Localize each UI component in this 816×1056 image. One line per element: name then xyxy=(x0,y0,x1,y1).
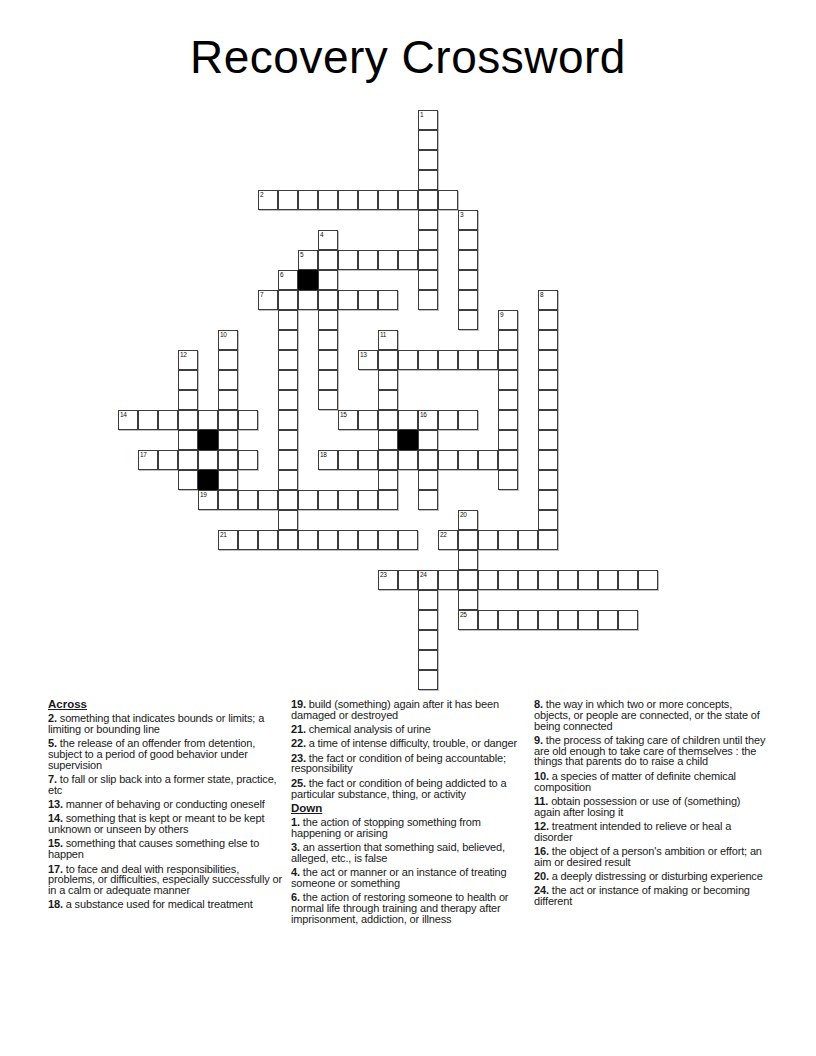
answer-cell-r23c18[interactable] xyxy=(478,570,498,590)
answer-cell-r13c5[interactable] xyxy=(218,370,238,390)
answer-cell-r8c17[interactable] xyxy=(458,270,478,290)
answer-cell-r6c17[interactable] xyxy=(458,230,478,250)
clue-number-15: 15 xyxy=(340,411,347,418)
clue-number-12: 12 xyxy=(180,351,187,358)
clue-number-5: 5 xyxy=(300,251,303,258)
answer-cell-r11c21[interactable] xyxy=(538,330,558,350)
answer-cell-r17c4[interactable] xyxy=(198,450,218,470)
page-title: Recovery Crossword xyxy=(0,30,816,84)
answer-cell-r9c8[interactable] xyxy=(278,290,298,310)
answer-cell-r18c3[interactable] xyxy=(178,470,198,490)
clue-number-label: 18. xyxy=(48,898,66,910)
answer-cell-r12c12[interactable]: 13 xyxy=(358,350,378,370)
answer-cell-r8c15[interactable] xyxy=(418,270,438,290)
answer-cell-r26c15[interactable] xyxy=(418,630,438,650)
answer-cell-r11c13[interactable]: 11 xyxy=(378,330,398,350)
answer-cell-r16c3[interactable] xyxy=(178,430,198,450)
answer-cell-r19c5[interactable] xyxy=(218,490,238,510)
answer-cell-r21c18[interactable] xyxy=(478,530,498,550)
answer-cell-r18c8[interactable] xyxy=(278,470,298,490)
answer-cell-r17c6[interactable] xyxy=(238,450,258,470)
clue-down-4: 4. the act or manner or an instance of t… xyxy=(291,867,525,889)
answer-cell-r19c7[interactable] xyxy=(258,490,278,510)
answer-cell-r19c8[interactable] xyxy=(278,490,298,510)
clue-number-label: 1. xyxy=(291,816,303,828)
answer-cell-r15c16[interactable] xyxy=(438,410,458,430)
answer-cell-r4c15[interactable] xyxy=(418,190,438,210)
answer-cell-r12c3[interactable]: 12 xyxy=(178,350,198,370)
clue-across-19: 19. build (something) again after it has… xyxy=(291,699,525,721)
answer-cell-r16c5[interactable] xyxy=(218,430,238,450)
answer-cell-r14c3[interactable] xyxy=(178,390,198,410)
clue-across-14: 14. something that is kept or meant to b… xyxy=(48,813,282,835)
clue-number-label: 2. xyxy=(48,712,60,724)
answer-cell-r4c12[interactable] xyxy=(358,190,378,210)
down-header: Down xyxy=(291,803,525,814)
clue-down-16: 16. the object of a person's ambition or… xyxy=(534,846,768,868)
clue-down-6: 6. the action of restoring someone to he… xyxy=(291,892,525,924)
answer-cell-r15c2[interactable] xyxy=(158,410,178,430)
answer-cell-r19c12[interactable] xyxy=(358,490,378,510)
answer-cell-r4c9[interactable] xyxy=(298,190,318,210)
clue-number-17: 17 xyxy=(140,451,147,458)
answer-cell-r12c10[interactable] xyxy=(318,350,338,370)
answer-cell-r25c22[interactable] xyxy=(558,610,578,630)
answer-cell-r21c16[interactable]: 22 xyxy=(438,530,458,550)
clue-number-11: 11 xyxy=(380,331,386,338)
answer-cell-r11c5[interactable]: 10 xyxy=(218,330,238,350)
clue-number-7: 7 xyxy=(260,291,263,298)
answer-cell-r12c19[interactable] xyxy=(498,350,518,370)
clue-number-3: 3 xyxy=(460,211,463,218)
answer-cell-r17c13[interactable] xyxy=(378,450,398,470)
answer-cell-r9c21[interactable]: 8 xyxy=(538,290,558,310)
answer-cell-r7c14[interactable] xyxy=(398,250,418,270)
clue-number-4: 4 xyxy=(320,231,323,238)
answer-cell-r15c15[interactable]: 16 xyxy=(418,410,438,430)
clue-number-label: 7. xyxy=(48,773,60,785)
answer-cell-r15c3[interactable] xyxy=(178,410,198,430)
clue-across-2: 2. something that indicates bounds or li… xyxy=(48,713,282,735)
answer-cell-r7c11[interactable] xyxy=(338,250,358,270)
answer-cell-r14c13[interactable] xyxy=(378,390,398,410)
answer-cell-r23c25[interactable] xyxy=(618,570,638,590)
answer-cell-r19c10[interactable] xyxy=(318,490,338,510)
clue-number-13: 13 xyxy=(360,351,367,358)
answer-cell-r15c12[interactable] xyxy=(358,410,378,430)
answer-cell-r10c19[interactable]: 9 xyxy=(498,310,518,330)
answer-cell-r12c17[interactable] xyxy=(458,350,478,370)
answer-cell-r17c16[interactable] xyxy=(438,450,458,470)
answer-cell-r21c17[interactable] xyxy=(458,530,478,550)
answer-cell-r7c13[interactable] xyxy=(378,250,398,270)
clue-number-label: 10. xyxy=(534,770,552,782)
answer-cell-r14c21[interactable] xyxy=(538,390,558,410)
answer-cell-r11c19[interactable] xyxy=(498,330,518,350)
crossword-grid: 1234567891011121314151617181920212223242… xyxy=(118,110,659,691)
clue-number-20: 20 xyxy=(460,511,467,518)
answer-cell-r19c13[interactable] xyxy=(378,490,398,510)
clue-down-1: 1. the action of stopping something from… xyxy=(291,817,525,839)
clue-down-9: 9. the process of taking care of childre… xyxy=(534,735,768,767)
answer-cell-r23c16[interactable] xyxy=(438,570,458,590)
clue-column-2: 19. build (something) again after it has… xyxy=(291,699,525,928)
answer-cell-r25c17[interactable]: 25 xyxy=(458,610,478,630)
answer-cell-r21c7[interactable] xyxy=(258,530,278,550)
clue-number-label: 6. xyxy=(291,891,303,903)
clue-number-25: 25 xyxy=(460,611,467,618)
answer-cell-r4c10[interactable] xyxy=(318,190,338,210)
answer-cell-r25c20[interactable] xyxy=(518,610,538,630)
answer-cell-r15c17[interactable] xyxy=(458,410,478,430)
answer-cell-r13c13[interactable] xyxy=(378,370,398,390)
answer-cell-r10c17[interactable] xyxy=(458,310,478,330)
answer-cell-r28c15[interactable] xyxy=(418,670,438,690)
answer-cell-r23c24[interactable] xyxy=(598,570,618,590)
answer-cell-r13c10[interactable] xyxy=(318,370,338,390)
answer-cell-r15c13[interactable] xyxy=(378,410,398,430)
answer-cell-r4c14[interactable] xyxy=(398,190,418,210)
clue-across-7: 7. to fall or slip back into a former st… xyxy=(48,774,282,796)
answer-cell-r7c10[interactable] xyxy=(318,250,338,270)
answer-cell-r20c21[interactable] xyxy=(538,510,558,530)
clue-number-label: 16. xyxy=(534,845,552,857)
clue-across-21: 21. chemical analysis of urine xyxy=(291,724,525,735)
answer-cell-r9c12[interactable] xyxy=(358,290,378,310)
black-cell-r18c4 xyxy=(198,470,218,490)
answer-cell-r6c10[interactable]: 4 xyxy=(318,230,338,250)
clue-column-1: Across2. something that indicates bounds… xyxy=(48,699,282,928)
answer-cell-r17c17[interactable] xyxy=(458,450,478,470)
answer-cell-r13c19[interactable] xyxy=(498,370,518,390)
answer-cell-r7c17[interactable] xyxy=(458,250,478,270)
answer-cell-r17c8[interactable] xyxy=(278,450,298,470)
clue-number-label: 8. xyxy=(534,698,546,710)
answer-cell-r24c17[interactable] xyxy=(458,590,478,610)
answer-cell-r25c25[interactable] xyxy=(618,610,638,630)
answer-cell-r9c17[interactable] xyxy=(458,290,478,310)
answer-cell-r25c19[interactable] xyxy=(498,610,518,630)
answer-cell-r15c14[interactable] xyxy=(398,410,418,430)
clue-number-14: 14 xyxy=(120,411,127,418)
clue-number-label: 14. xyxy=(48,812,66,824)
answer-cell-r25c23[interactable] xyxy=(578,610,598,630)
answer-cell-r19c15[interactable] xyxy=(418,490,438,510)
answer-cell-r4c8[interactable] xyxy=(278,190,298,210)
answer-cell-r15c6[interactable] xyxy=(238,410,258,430)
clue-number-label: 22. xyxy=(291,737,309,749)
answer-cell-r5c17[interactable]: 3 xyxy=(458,210,478,230)
answer-cell-r9c10[interactable] xyxy=(318,290,338,310)
clue-number-23: 23 xyxy=(380,571,387,578)
answer-cell-r21c11[interactable] xyxy=(338,530,358,550)
clue-number-21: 21 xyxy=(220,531,227,538)
clue-number-label: 24. xyxy=(534,884,552,896)
answer-cell-r21c8[interactable] xyxy=(278,530,298,550)
answer-cell-r17c18[interactable] xyxy=(478,450,498,470)
answer-cell-r21c5[interactable]: 21 xyxy=(218,530,238,550)
clue-across-15: 15. something that causes something else… xyxy=(48,838,282,860)
answer-cell-r23c13[interactable]: 23 xyxy=(378,570,398,590)
clue-down-8: 8. the way in which two or more concepts… xyxy=(534,699,768,731)
answer-cell-r23c26[interactable] xyxy=(638,570,658,590)
answer-cell-r18c21[interactable] xyxy=(538,470,558,490)
clue-down-11: 11. obtain possession or use of (somethi… xyxy=(534,796,768,818)
clue-number-2: 2 xyxy=(260,191,263,198)
answer-cell-r5c15[interactable] xyxy=(418,210,438,230)
answer-cell-r23c20[interactable] xyxy=(518,570,538,590)
answer-cell-r27c15[interactable] xyxy=(418,650,438,670)
answer-cell-r9c9[interactable] xyxy=(298,290,318,310)
answer-cell-r16c15[interactable] xyxy=(418,430,438,450)
answer-cell-r25c18[interactable] xyxy=(478,610,498,630)
answer-cell-r9c13[interactable] xyxy=(378,290,398,310)
answer-cell-r23c15[interactable]: 24 xyxy=(418,570,438,590)
clue-number-label: 15. xyxy=(48,837,66,849)
answer-cell-r13c3[interactable] xyxy=(178,370,198,390)
answer-cell-r21c13[interactable] xyxy=(378,530,398,550)
answer-cell-r17c14[interactable] xyxy=(398,450,418,470)
answer-cell-r15c4[interactable] xyxy=(198,410,218,430)
answer-cell-r16c21[interactable] xyxy=(538,430,558,450)
answer-cell-r19c4[interactable]: 19 xyxy=(198,490,218,510)
clue-number-label: 23. xyxy=(291,752,309,764)
answer-cell-r7c12[interactable] xyxy=(358,250,378,270)
clue-number-label: 25. xyxy=(291,777,309,789)
answer-cell-r15c8[interactable] xyxy=(278,410,298,430)
answer-cell-r21c6[interactable] xyxy=(238,530,258,550)
answer-cell-r2c15[interactable] xyxy=(418,150,438,170)
answer-cell-r17c21[interactable] xyxy=(538,450,558,470)
answer-cell-r17c11[interactable] xyxy=(338,450,358,470)
answer-cell-r21c10[interactable] xyxy=(318,530,338,550)
clue-number-label: 3. xyxy=(291,841,303,853)
answer-cell-r14c19[interactable] xyxy=(498,390,518,410)
clue-number-8: 8 xyxy=(540,291,543,298)
clue-across-18: 18. a substance used for medical treatme… xyxy=(48,899,282,910)
answer-cell-r9c15[interactable] xyxy=(418,290,438,310)
answer-cell-r21c14[interactable] xyxy=(398,530,418,550)
answer-cell-r15c1[interactable] xyxy=(138,410,158,430)
answer-cell-r18c13[interactable] xyxy=(378,470,398,490)
answer-cell-r16c8[interactable] xyxy=(278,430,298,450)
answer-cell-r19c21[interactable] xyxy=(538,490,558,510)
clue-number-label: 12. xyxy=(534,820,552,832)
clue-number-22: 22 xyxy=(440,531,447,538)
answer-cell-r13c8[interactable] xyxy=(278,370,298,390)
answer-cell-r4c16[interactable] xyxy=(438,190,458,210)
clue-number-24: 24 xyxy=(420,571,427,578)
clue-number-label: 19. xyxy=(291,698,309,710)
answer-cell-r10c8[interactable] xyxy=(278,310,298,330)
clue-down-24: 24. the act or instance of making or bec… xyxy=(534,885,768,907)
answer-cell-r17c19[interactable] xyxy=(498,450,518,470)
answer-cell-r8c10[interactable] xyxy=(318,270,338,290)
answer-cell-r7c15[interactable] xyxy=(418,250,438,270)
answer-cell-r4c11[interactable] xyxy=(338,190,358,210)
clue-down-12: 12. treatment intended to relieve or hea… xyxy=(534,821,768,843)
clue-number-label: 4. xyxy=(291,866,303,878)
answer-cell-r23c14[interactable] xyxy=(398,570,418,590)
answer-cell-r11c10[interactable] xyxy=(318,330,338,350)
clue-number-label: 13. xyxy=(48,798,66,810)
black-cell-r16c14 xyxy=(398,430,418,450)
across-header: Across xyxy=(48,699,282,710)
answer-cell-r14c5[interactable] xyxy=(218,390,238,410)
answer-cell-r17c5[interactable] xyxy=(218,450,238,470)
clue-number-1: 1 xyxy=(420,111,423,118)
answer-cell-r8c8[interactable]: 6 xyxy=(278,270,298,290)
clue-number-label: 5. xyxy=(48,737,60,749)
answer-cell-r3c15[interactable] xyxy=(418,170,438,190)
answer-cell-r18c19[interactable] xyxy=(498,470,518,490)
clue-number-label: 17. xyxy=(48,863,66,875)
answer-cell-r15c5[interactable] xyxy=(218,410,238,430)
answer-cell-r12c21[interactable] xyxy=(538,350,558,370)
clue-number-16: 16 xyxy=(420,411,427,418)
answer-cell-r23c22[interactable] xyxy=(558,570,578,590)
answer-cell-r23c17[interactable] xyxy=(458,570,478,590)
answer-cell-r19c6[interactable] xyxy=(238,490,258,510)
answer-cell-r6c15[interactable] xyxy=(418,230,438,250)
clue-number-label: 9. xyxy=(534,734,546,746)
clues-section: Across2. something that indicates bounds… xyxy=(48,699,770,928)
answer-cell-r0c15[interactable]: 1 xyxy=(418,110,438,130)
clue-number-label: 21. xyxy=(291,723,309,735)
clue-across-23: 23. the fact or condition of being accou… xyxy=(291,753,525,775)
answer-cell-r17c10[interactable]: 18 xyxy=(318,450,338,470)
answer-cell-r15c11[interactable]: 15 xyxy=(338,410,358,430)
answer-cell-r25c21[interactable] xyxy=(538,610,558,630)
answer-cell-r25c24[interactable] xyxy=(598,610,618,630)
answer-cell-r19c11[interactable] xyxy=(338,490,358,510)
clue-across-25: 25. the fact or condition of being addic… xyxy=(291,778,525,800)
answer-cell-r20c17[interactable]: 20 xyxy=(458,510,478,530)
page: Recovery Crossword 123456789101112131415… xyxy=(0,0,816,1056)
clue-down-20: 20. a deeply distressing or disturbing e… xyxy=(534,871,768,882)
answer-cell-r14c10[interactable] xyxy=(318,390,338,410)
answer-cell-r12c8[interactable] xyxy=(278,350,298,370)
answer-cell-r25c15[interactable] xyxy=(418,610,438,630)
answer-cell-r16c19[interactable] xyxy=(498,430,518,450)
clue-number-18: 18 xyxy=(320,451,327,458)
answer-cell-r10c21[interactable] xyxy=(538,310,558,330)
answer-cell-r4c7[interactable]: 2 xyxy=(258,190,278,210)
answer-cell-r23c19[interactable] xyxy=(498,570,518,590)
answer-cell-r22c17[interactable] xyxy=(458,550,478,570)
answer-cell-r12c18[interactable] xyxy=(478,350,498,370)
answer-cell-r7c9[interactable]: 5 xyxy=(298,250,318,270)
answer-cell-r9c11[interactable] xyxy=(338,290,358,310)
answer-cell-r16c13[interactable] xyxy=(378,430,398,450)
clue-across-22: 22. a time of intense difficulty, troubl… xyxy=(291,738,525,749)
clue-number-label: 11. xyxy=(534,795,551,807)
clue-across-5: 5. the release of an offender from deten… xyxy=(48,738,282,770)
answer-cell-r14c8[interactable] xyxy=(278,390,298,410)
answer-cell-r13c21[interactable] xyxy=(538,370,558,390)
answer-cell-r21c9[interactable] xyxy=(298,530,318,550)
answer-cell-r21c12[interactable] xyxy=(358,530,378,550)
answer-cell-r12c13[interactable] xyxy=(378,350,398,370)
answer-cell-r17c2[interactable] xyxy=(158,450,178,470)
answer-cell-r11c8[interactable] xyxy=(278,330,298,350)
answer-cell-r12c15[interactable] xyxy=(418,350,438,370)
answer-cell-r17c12[interactable] xyxy=(358,450,378,470)
answer-cell-r17c1[interactable]: 17 xyxy=(138,450,158,470)
answer-cell-r4c13[interactable] xyxy=(378,190,398,210)
clue-down-3: 3. an assertion that something said, bel… xyxy=(291,842,525,864)
answer-cell-r18c5[interactable] xyxy=(218,470,238,490)
answer-cell-r1c15[interactable] xyxy=(418,130,438,150)
clue-column-3: 8. the way in which two or more concepts… xyxy=(534,699,768,928)
clue-number-9: 9 xyxy=(500,311,503,318)
answer-cell-r18c15[interactable] xyxy=(418,470,438,490)
clue-number-label: 20. xyxy=(534,870,552,882)
answer-cell-r12c16[interactable] xyxy=(438,350,458,370)
answer-cell-r15c21[interactable] xyxy=(538,410,558,430)
answer-cell-r17c3[interactable] xyxy=(178,450,198,470)
black-cell-r8c9 xyxy=(298,270,318,290)
answer-cell-r15c0[interactable]: 14 xyxy=(118,410,138,430)
clue-number-10: 10 xyxy=(220,331,227,338)
answer-cell-r21c21[interactable] xyxy=(538,530,558,550)
answer-cell-r10c10[interactable] xyxy=(318,310,338,330)
answer-cell-r12c14[interactable] xyxy=(398,350,418,370)
answer-cell-r17c15[interactable] xyxy=(418,450,438,470)
clue-across-13: 13. manner of behaving or conducting one… xyxy=(48,799,282,810)
answer-cell-r9c7[interactable]: 7 xyxy=(258,290,278,310)
answer-cell-r21c20[interactable] xyxy=(518,530,538,550)
clue-number-6: 6 xyxy=(280,271,283,278)
answer-cell-r24c15[interactable] xyxy=(418,590,438,610)
clue-across-17: 17. to face and deal with responsibiliti… xyxy=(48,864,282,896)
answer-cell-r12c5[interactable] xyxy=(218,350,238,370)
clue-number-19: 19 xyxy=(200,491,207,498)
answer-cell-r15c19[interactable] xyxy=(498,410,518,430)
black-cell-r16c4 xyxy=(198,430,218,450)
clue-down-10: 10. a species of matter of definite chem… xyxy=(534,771,768,793)
answer-cell-r19c9[interactable] xyxy=(298,490,318,510)
answer-cell-r23c23[interactable] xyxy=(578,570,598,590)
answer-cell-r21c19[interactable] xyxy=(498,530,518,550)
answer-cell-r20c8[interactable] xyxy=(278,510,298,530)
answer-cell-r23c21[interactable] xyxy=(538,570,558,590)
